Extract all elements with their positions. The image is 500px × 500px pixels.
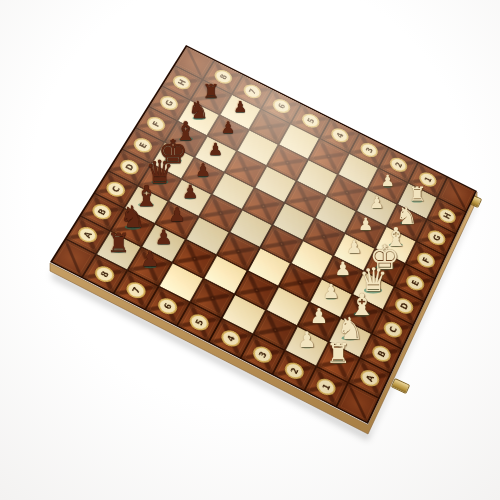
piece-black-pawn-a7[interactable]: ♟	[141, 250, 160, 271]
piece-black-rook-a8[interactable]: ♜	[107, 230, 131, 256]
piece-black-pawn-b7[interactable]: ♟	[155, 227, 173, 247]
piece-white-pawn-e2[interactable]: ♟	[346, 238, 362, 256]
piece-white-pawn-b2[interactable]: ♟	[310, 306, 328, 327]
piece-black-pawn-e7[interactable]: ♟	[195, 162, 211, 179]
piece-white-pawn-c2[interactable]: ♟	[322, 283, 339, 303]
piece-layer: ♜♞♝♛♚♝♞♜♟♟♟♟♟♟♟♟♟♟♟♟♟♟♟♟♜♞♝♛♚♝♞♜	[0, 0, 500, 500]
product-photo: ABCDEFGH8877665544332211ABCDEFGH ♜♞♝♛♚♝♞…	[0, 0, 500, 500]
piece-white-pawn-f2[interactable]: ♟	[358, 216, 373, 233]
piece-black-pawn-g7[interactable]: ♟	[221, 120, 235, 136]
piece-black-pawn-f7[interactable]: ♟	[208, 141, 223, 158]
piece-black-pawn-h7[interactable]: ♟	[234, 100, 248, 115]
piece-white-rook-a1[interactable]: ♜	[326, 340, 350, 367]
piece-white-pawn-g2[interactable]: ♟	[370, 195, 385, 211]
piece-white-pawn-h2[interactable]: ♟	[381, 174, 395, 190]
piece-white-pawn-d2[interactable]: ♟	[334, 260, 351, 279]
piece-black-pawn-c7[interactable]: ♟	[168, 205, 185, 224]
piece-black-pawn-d7[interactable]: ♟	[182, 183, 198, 201]
piece-white-pawn-a2[interactable]: ♟	[297, 329, 316, 350]
